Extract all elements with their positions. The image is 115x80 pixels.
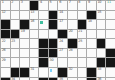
grid-cell[interactable] bbox=[97, 20, 107, 30]
black-cell bbox=[39, 58, 49, 68]
grid-cell[interactable]: 17 bbox=[58, 20, 68, 30]
black-cell bbox=[97, 39, 107, 49]
clue-number: 26 bbox=[2, 49, 6, 52]
grid-cell[interactable] bbox=[39, 30, 49, 40]
grid-cell[interactable] bbox=[20, 39, 30, 49]
clue-number: 18 bbox=[88, 20, 92, 23]
grid-cell[interactable]: 3 bbox=[20, 1, 30, 11]
grid-cell[interactable] bbox=[49, 68, 59, 78]
grid-cell[interactable] bbox=[87, 58, 97, 68]
grid-cell[interactable] bbox=[30, 30, 40, 40]
grid-cell[interactable]: 9 bbox=[87, 1, 97, 11]
grid-cell[interactable] bbox=[11, 49, 21, 59]
grid-cell[interactable]: 32 bbox=[68, 68, 78, 78]
black-cell bbox=[11, 30, 21, 40]
grid-cell[interactable] bbox=[106, 78, 115, 80]
grid-cell[interactable] bbox=[11, 11, 21, 21]
clue-number: 17 bbox=[59, 20, 63, 23]
pencil-mark bbox=[50, 69, 53, 72]
grid-cell[interactable] bbox=[87, 30, 97, 40]
black-cell bbox=[39, 78, 49, 80]
grid-cell[interactable]: 7 bbox=[68, 1, 78, 11]
grid-cell[interactable]: 4 bbox=[39, 1, 49, 11]
black-cell bbox=[49, 78, 59, 80]
clue-number: 9 bbox=[88, 1, 90, 4]
black-cell bbox=[49, 11, 59, 21]
grid-cell[interactable]: 29 bbox=[1, 58, 11, 68]
clue-number: 11 bbox=[107, 1, 111, 4]
black-cell bbox=[58, 30, 68, 40]
grid-cell[interactable]: 30 bbox=[49, 58, 59, 68]
clue-number: 28 bbox=[69, 49, 73, 52]
grid-cell[interactable]: 5 bbox=[49, 1, 59, 11]
clue-number: 7 bbox=[69, 1, 71, 4]
clue-number: 20 bbox=[69, 30, 73, 33]
grid-cell[interactable]: 31 bbox=[30, 68, 40, 78]
black-cell bbox=[87, 78, 97, 80]
grid-cell[interactable] bbox=[30, 78, 40, 80]
grid-cell[interactable] bbox=[20, 11, 30, 21]
grid-cell[interactable] bbox=[11, 20, 21, 30]
clue-number: 21 bbox=[78, 30, 82, 33]
clue-number: 32 bbox=[69, 68, 73, 71]
clue-number: 29 bbox=[2, 59, 6, 62]
grid-cell[interactable] bbox=[106, 39, 115, 49]
grid-cell[interactable] bbox=[78, 49, 88, 59]
grid-cell[interactable] bbox=[11, 58, 21, 68]
clue-number: 35 bbox=[59, 78, 63, 80]
grid-cell[interactable] bbox=[106, 68, 115, 78]
grid-cell[interactable]: 23 bbox=[11, 39, 21, 49]
black-cell bbox=[49, 39, 59, 49]
black-cell bbox=[106, 49, 115, 59]
grid-cell[interactable]: 34 bbox=[11, 78, 21, 80]
clue-number: 14 bbox=[59, 11, 63, 14]
black-cell bbox=[20, 68, 30, 78]
grid-cell[interactable]: 11 bbox=[106, 1, 115, 11]
clue-number: 27 bbox=[59, 49, 63, 52]
clue-number: 33 bbox=[97, 68, 101, 71]
grid-cell[interactable] bbox=[78, 11, 88, 21]
clue-number: 12 bbox=[2, 11, 6, 14]
grid-cell[interactable] bbox=[78, 58, 88, 68]
grid-cell[interactable]: 16 bbox=[30, 20, 40, 30]
grid-cell[interactable]: 8 bbox=[78, 1, 88, 11]
grid-cell[interactable]: 35 bbox=[58, 78, 68, 80]
grid-cell[interactable] bbox=[106, 30, 115, 40]
grid-cell[interactable] bbox=[39, 68, 49, 78]
grid-cell[interactable] bbox=[30, 49, 40, 59]
grid-cell[interactable] bbox=[20, 49, 30, 59]
black-cell bbox=[87, 68, 97, 78]
grid-cell[interactable] bbox=[97, 49, 107, 59]
clue-number: 5 bbox=[50, 1, 52, 4]
grid-cell[interactable] bbox=[1, 68, 11, 78]
black-cell bbox=[106, 58, 115, 68]
clue-number: 1 bbox=[2, 1, 4, 4]
grid-cell[interactable] bbox=[106, 20, 115, 30]
clue-number: 23 bbox=[11, 40, 15, 43]
grid-cell[interactable] bbox=[39, 11, 49, 21]
grid-cell[interactable] bbox=[20, 58, 30, 68]
clue-number: 19 bbox=[21, 30, 25, 33]
grid-cell[interactable] bbox=[39, 20, 49, 30]
clue-number: 22 bbox=[2, 40, 6, 43]
grid-cell[interactable] bbox=[78, 68, 88, 78]
grid-cell[interactable] bbox=[20, 78, 30, 80]
black-cell bbox=[1, 20, 11, 30]
black-cell bbox=[1, 30, 11, 40]
grid-cell[interactable]: 28 bbox=[68, 49, 78, 59]
grid-cell[interactable]: 18 bbox=[87, 20, 97, 30]
grid-cell[interactable]: 21 bbox=[78, 30, 88, 40]
crossword-viewport: 1234567891011121314151617181920212223242… bbox=[0, 0, 115, 80]
clue-number: 4 bbox=[40, 1, 42, 4]
grid-cell[interactable] bbox=[78, 78, 88, 80]
clue-number: 25 bbox=[78, 40, 82, 43]
clue-number: 36 bbox=[97, 78, 101, 80]
grid-cell[interactable]: 25 bbox=[78, 39, 88, 49]
clue-number: 24 bbox=[59, 40, 63, 43]
clue-number: 34 bbox=[11, 78, 15, 80]
clue-number: 13 bbox=[30, 11, 34, 14]
clue-number: 16 bbox=[30, 20, 34, 23]
black-cell bbox=[39, 49, 49, 59]
clue-number: 31 bbox=[30, 68, 34, 71]
grid-cell[interactable]: 19 bbox=[20, 30, 30, 40]
grid-cell[interactable]: 15 bbox=[97, 11, 107, 21]
clue-number: 3 bbox=[21, 1, 23, 4]
grid-cell[interactable] bbox=[106, 11, 115, 21]
grid-cell[interactable] bbox=[87, 49, 97, 59]
clue-number: 10 bbox=[97, 1, 101, 4]
black-cell bbox=[39, 39, 49, 49]
clue-number: 8 bbox=[78, 1, 80, 4]
grid-cell[interactable] bbox=[87, 39, 97, 49]
clue-number: 15 bbox=[97, 11, 101, 14]
grid-cell[interactable]: 27 bbox=[58, 49, 68, 59]
clue-number: 30 bbox=[50, 59, 54, 62]
grid-cell[interactable] bbox=[49, 30, 59, 40]
black-cell bbox=[1, 78, 11, 80]
grid-cell[interactable]: 20 bbox=[68, 30, 78, 40]
grid-cell[interactable]: 36 bbox=[97, 78, 107, 80]
grid-cell[interactable]: 2 bbox=[11, 1, 21, 11]
crossword-board: 1234567891011121314151617181920212223242… bbox=[0, 0, 115, 80]
clue-number: 6 bbox=[59, 1, 61, 4]
black-cell bbox=[49, 20, 59, 30]
grid-cell[interactable] bbox=[68, 11, 78, 21]
clue-number: 2 bbox=[11, 1, 13, 4]
grid-cell[interactable] bbox=[30, 39, 40, 49]
grid-cell[interactable] bbox=[58, 58, 68, 68]
grid-cell[interactable] bbox=[97, 30, 107, 40]
grid-cell[interactable] bbox=[68, 78, 78, 80]
grid-cell[interactable]: 12 bbox=[1, 11, 11, 21]
pencil-mark bbox=[40, 21, 43, 24]
